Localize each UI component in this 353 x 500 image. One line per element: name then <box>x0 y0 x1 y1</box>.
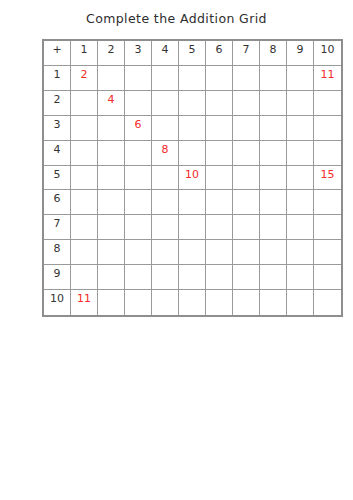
answer-cell-r4-c1[interactable] <box>71 141 98 166</box>
operator-corner-cell: + <box>44 41 71 66</box>
answer-cell-r7-c1[interactable] <box>71 215 98 240</box>
column-header-9: 9 <box>287 41 314 66</box>
column-header-7: 7 <box>233 41 260 66</box>
answer-cell-r1-c4[interactable] <box>152 66 179 91</box>
answer-cell-r3-c2[interactable] <box>98 116 125 141</box>
answer-cell-r8-c8[interactable] <box>260 240 287 265</box>
answer-cell-r9-c1[interactable] <box>71 265 98 290</box>
answer-cell-r2-c3[interactable] <box>125 91 152 116</box>
answer-cell-r6-c8[interactable] <box>260 190 287 215</box>
row-label-7: 7 <box>44 215 71 240</box>
column-header-6: 6 <box>206 41 233 66</box>
answer-cell-r2-c7[interactable] <box>233 91 260 116</box>
answer-cell-r6-c5[interactable] <box>179 190 206 215</box>
answer-cell-r2-c10[interactable] <box>314 91 341 116</box>
answer-cell-r4-c8[interactable] <box>260 141 287 166</box>
answer-cell-r10-c2[interactable] <box>98 290 125 315</box>
answer-cell-r1-c2[interactable] <box>98 66 125 91</box>
answer-cell-r2-c4[interactable] <box>152 91 179 116</box>
given-answer-cell-r5-c5: 10 <box>179 166 206 191</box>
answer-cell-r5-c7[interactable] <box>233 166 260 191</box>
row-label-10: 10 <box>44 290 71 315</box>
answer-cell-r6-c6[interactable] <box>206 190 233 215</box>
answer-cell-r8-c6[interactable] <box>206 240 233 265</box>
column-header-5: 5 <box>179 41 206 66</box>
answer-cell-r6-c9[interactable] <box>287 190 314 215</box>
given-answer-cell-r4-c4: 8 <box>152 141 179 166</box>
answer-cell-r8-c9[interactable] <box>287 240 314 265</box>
answer-cell-r6-c4[interactable] <box>152 190 179 215</box>
column-header-2: 2 <box>98 41 125 66</box>
column-header-4: 4 <box>152 41 179 66</box>
answer-cell-r10-c4[interactable] <box>152 290 179 315</box>
answer-cell-r5-c1[interactable] <box>71 166 98 191</box>
given-answer-cell-r1-c10: 11 <box>314 66 341 91</box>
answer-cell-r7-c2[interactable] <box>98 215 125 240</box>
row-label-9: 9 <box>44 265 71 290</box>
answer-cell-r2-c1[interactable] <box>71 91 98 116</box>
given-answer-cell-r1-c1: 2 <box>71 66 98 91</box>
answer-cell-r6-c10[interactable] <box>314 190 341 215</box>
column-header-10: 10 <box>314 41 341 66</box>
answer-cell-r4-c7[interactable] <box>233 141 260 166</box>
answer-cell-r5-c6[interactable] <box>206 166 233 191</box>
answer-cell-r5-c4[interactable] <box>152 166 179 191</box>
answer-cell-r9-c7[interactable] <box>233 265 260 290</box>
answer-cell-r1-c8[interactable] <box>260 66 287 91</box>
answer-cell-r3-c10[interactable] <box>314 116 341 141</box>
answer-cell-r4-c3[interactable] <box>125 141 152 166</box>
answer-cell-r10-c5[interactable] <box>179 290 206 315</box>
answer-cell-r1-c6[interactable] <box>206 66 233 91</box>
answer-cell-r8-c1[interactable] <box>71 240 98 265</box>
answer-cell-r7-c5[interactable] <box>179 215 206 240</box>
row-label-5: 5 <box>44 166 71 191</box>
column-header-8: 8 <box>260 41 287 66</box>
answer-cell-r7-c7[interactable] <box>233 215 260 240</box>
answer-cell-r8-c10[interactable] <box>314 240 341 265</box>
answer-cell-r2-c9[interactable] <box>287 91 314 116</box>
answer-cell-r2-c5[interactable] <box>179 91 206 116</box>
row-label-2: 2 <box>44 91 71 116</box>
answer-cell-r9-c2[interactable] <box>98 265 125 290</box>
answer-cell-r4-c6[interactable] <box>206 141 233 166</box>
answer-cell-r10-c6[interactable] <box>206 290 233 315</box>
answer-cell-r10-c3[interactable] <box>125 290 152 315</box>
row-label-6: 6 <box>44 190 71 215</box>
given-answer-cell-r10-c1: 11 <box>71 290 98 315</box>
row-label-4: 4 <box>44 141 71 166</box>
answer-cell-r9-c6[interactable] <box>206 265 233 290</box>
answer-cell-r9-c3[interactable] <box>125 265 152 290</box>
answer-cell-r6-c2[interactable] <box>98 190 125 215</box>
answer-cell-r5-c8[interactable] <box>260 166 287 191</box>
answer-cell-r8-c4[interactable] <box>152 240 179 265</box>
answer-cell-r5-c3[interactable] <box>125 166 152 191</box>
answer-cell-r3-c7[interactable] <box>233 116 260 141</box>
answer-cell-r5-c2[interactable] <box>98 166 125 191</box>
answer-cell-r7-c3[interactable] <box>125 215 152 240</box>
answer-cell-r10-c10[interactable] <box>314 290 341 315</box>
answer-cell-r1-c5[interactable] <box>179 66 206 91</box>
given-answer-cell-r2-c2: 4 <box>98 91 125 116</box>
page-title: Complete the Addition Grid <box>0 11 353 26</box>
answer-cell-r9-c9[interactable] <box>287 265 314 290</box>
given-answer-cell-r5-c10: 15 <box>314 166 341 191</box>
row-label-1: 1 <box>44 66 71 91</box>
answer-cell-r8-c3[interactable] <box>125 240 152 265</box>
column-header-3: 3 <box>125 41 152 66</box>
answer-cell-r6-c1[interactable] <box>71 190 98 215</box>
answer-cell-r5-c9[interactable] <box>287 166 314 191</box>
answer-cell-r3-c5[interactable] <box>179 116 206 141</box>
answer-cell-r9-c5[interactable] <box>179 265 206 290</box>
column-header-1: 1 <box>71 41 98 66</box>
answer-cell-r4-c2[interactable] <box>98 141 125 166</box>
answer-cell-r8-c2[interactable] <box>98 240 125 265</box>
answer-cell-r6-c7[interactable] <box>233 190 260 215</box>
answer-cell-r3-c4[interactable] <box>152 116 179 141</box>
answer-cell-r9-c4[interactable] <box>152 265 179 290</box>
answer-cell-r3-c6[interactable] <box>206 116 233 141</box>
answer-cell-r1-c7[interactable] <box>233 66 260 91</box>
addition-grid: +1234567891012112436485101567891011 <box>42 39 343 317</box>
answer-cell-r10-c7[interactable] <box>233 290 260 315</box>
answer-cell-r8-c5[interactable] <box>179 240 206 265</box>
answer-cell-r3-c1[interactable] <box>71 116 98 141</box>
answer-cell-r9-c8[interactable] <box>260 265 287 290</box>
answer-cell-r7-c8[interactable] <box>260 215 287 240</box>
answer-cell-r9-c10[interactable] <box>314 265 341 290</box>
answer-cell-r2-c6[interactable] <box>206 91 233 116</box>
answer-cell-r7-c10[interactable] <box>314 215 341 240</box>
answer-cell-r4-c5[interactable] <box>179 141 206 166</box>
answer-cell-r7-c4[interactable] <box>152 215 179 240</box>
answer-cell-r6-c3[interactable] <box>125 190 152 215</box>
answer-cell-r10-c8[interactable] <box>260 290 287 315</box>
row-label-3: 3 <box>44 116 71 141</box>
answer-cell-r3-c9[interactable] <box>287 116 314 141</box>
answer-cell-r1-c3[interactable] <box>125 66 152 91</box>
answer-cell-r4-c10[interactable] <box>314 141 341 166</box>
answer-cell-r7-c9[interactable] <box>287 215 314 240</box>
answer-cell-r10-c9[interactable] <box>287 290 314 315</box>
row-label-8: 8 <box>44 240 71 265</box>
answer-cell-r7-c6[interactable] <box>206 215 233 240</box>
worksheet-page: Complete the Addition Grid +123456789101… <box>0 0 353 500</box>
given-answer-cell-r3-c3: 6 <box>125 116 152 141</box>
answer-cell-r4-c9[interactable] <box>287 141 314 166</box>
answer-cell-r8-c7[interactable] <box>233 240 260 265</box>
answer-cell-r1-c9[interactable] <box>287 66 314 91</box>
answer-cell-r3-c8[interactable] <box>260 116 287 141</box>
answer-cell-r2-c8[interactable] <box>260 91 287 116</box>
